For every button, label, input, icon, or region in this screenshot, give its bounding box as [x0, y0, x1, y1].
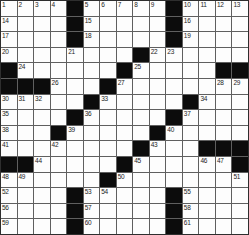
cell-r5c8	[117, 63, 133, 78]
cell-r5c10[interactable]	[150, 63, 166, 78]
cell-r3c15[interactable]	[232, 32, 248, 47]
cell-r10c8[interactable]	[117, 141, 133, 156]
clue-number: 14	[2, 17, 9, 24]
cell-r14c6[interactable]: 57	[84, 204, 100, 219]
cell-r11c2	[18, 157, 34, 172]
cell-r11c15	[232, 157, 248, 172]
cell-r2c14[interactable]	[216, 17, 232, 32]
cell-r15c8[interactable]	[117, 219, 133, 234]
cell-r13c1[interactable]: 52	[1, 188, 17, 203]
cell-r4c9	[133, 48, 149, 63]
cell-r3c12[interactable]: 19	[183, 32, 199, 47]
cell-r7c5[interactable]	[67, 95, 83, 110]
cell-r11c14[interactable]: 47	[216, 157, 232, 172]
cell-r1c8[interactable]: 7	[117, 1, 133, 16]
cell-r10c6[interactable]	[84, 141, 100, 156]
cell-r1c14[interactable]: 12	[216, 1, 232, 16]
cell-r8c12[interactable]: 37	[183, 110, 199, 125]
clue-number: 43	[151, 141, 158, 148]
cell-r3c13[interactable]	[199, 32, 215, 47]
clue-number: 52	[2, 188, 9, 195]
cell-r2c4[interactable]	[51, 17, 67, 32]
cell-r7c14[interactable]	[216, 95, 232, 110]
cell-r1c1[interactable]: 1	[1, 1, 17, 16]
cell-r12c3[interactable]	[34, 173, 50, 188]
clue-number: 12	[217, 1, 224, 8]
cell-r2c12[interactable]: 16	[183, 17, 199, 32]
cell-r11c1	[1, 157, 17, 172]
cell-r4c3[interactable]	[34, 48, 50, 63]
cell-r14c13[interactable]	[199, 204, 215, 219]
cell-r3c4[interactable]	[51, 32, 67, 47]
cell-r10c5[interactable]	[67, 141, 83, 156]
cell-r3c7[interactable]	[100, 32, 116, 47]
cell-r11c7[interactable]	[100, 157, 116, 172]
clue-number: 11	[200, 1, 206, 8]
clue-number: 56	[2, 204, 9, 211]
cell-r9c14[interactable]	[216, 126, 232, 141]
cell-r9c4	[51, 126, 67, 141]
cell-r3c1[interactable]: 17	[1, 32, 17, 47]
cell-r5c3[interactable]	[34, 63, 50, 78]
cell-r4c1[interactable]: 20	[1, 48, 17, 63]
cell-r1c6[interactable]: 5	[84, 1, 100, 16]
cell-r7c9[interactable]	[133, 95, 149, 110]
cell-r14c3[interactable]	[34, 204, 50, 219]
cell-r11c12[interactable]	[183, 157, 199, 172]
clue-number: 57	[85, 204, 92, 211]
cell-r3c10[interactable]	[150, 32, 166, 47]
cell-r1c10[interactable]: 9	[150, 1, 166, 16]
cell-r2c5	[67, 17, 83, 32]
clue-number: 41	[2, 141, 9, 148]
cell-r14c12[interactable]: 58	[183, 204, 199, 219]
clue-number: 48	[2, 173, 9, 180]
cell-r2c10[interactable]	[150, 17, 166, 32]
cell-r2c11	[166, 17, 182, 32]
cell-r15c5	[67, 219, 83, 234]
cell-r12c1[interactable]: 48	[1, 173, 17, 188]
cell-r11c5[interactable]	[67, 157, 83, 172]
cell-r9c15[interactable]	[232, 126, 248, 141]
cell-r6c2	[18, 79, 34, 94]
cell-r10c9	[133, 141, 149, 156]
cell-r6c1	[1, 79, 17, 94]
cell-r10c7[interactable]	[100, 141, 116, 156]
cell-r11c13[interactable]: 46	[199, 157, 215, 172]
clue-number: 16	[184, 17, 191, 24]
cell-r9c11[interactable]: 40	[166, 126, 182, 141]
cell-r12c6[interactable]	[84, 173, 100, 188]
clue-number: 50	[118, 173, 125, 180]
cell-r6c8[interactable]: 27	[117, 79, 133, 94]
clue-number: 40	[167, 126, 174, 133]
cell-r9c9[interactable]	[133, 126, 149, 141]
cell-r6c15[interactable]: 29	[232, 79, 248, 94]
cell-r8c13[interactable]	[199, 110, 215, 125]
cell-r9c2[interactable]	[18, 126, 34, 141]
clue-number: 51	[233, 173, 240, 180]
clue-number: 4	[52, 1, 55, 8]
cell-r3c9[interactable]	[133, 32, 149, 47]
cell-r15c12[interactable]: 61	[183, 219, 199, 234]
clue-number: 20	[2, 48, 9, 55]
clue-number: 30	[2, 95, 9, 102]
cell-r7c4[interactable]	[51, 95, 67, 110]
clue-number: 55	[184, 188, 191, 195]
clue-number: 25	[134, 63, 141, 70]
cell-r14c10[interactable]	[150, 204, 166, 219]
cell-r6c14[interactable]: 28	[216, 79, 232, 94]
cell-r1c9[interactable]: 8	[133, 1, 149, 16]
clue-number: 59	[2, 219, 9, 226]
cell-r7c6	[84, 95, 100, 110]
cell-r8c8[interactable]	[117, 110, 133, 125]
cell-r6c3	[34, 79, 50, 94]
cell-r6c4[interactable]: 26	[51, 79, 67, 94]
cell-r13c2[interactable]	[18, 188, 34, 203]
cell-r7c10[interactable]	[150, 95, 166, 110]
clue-number: 33	[101, 95, 108, 102]
cell-r10c3[interactable]	[34, 141, 50, 156]
cell-r1c5	[67, 1, 83, 16]
cell-r12c4[interactable]	[51, 173, 67, 188]
clue-number: 23	[167, 48, 174, 55]
clue-number: 18	[85, 32, 92, 39]
cell-r15c2[interactable]	[18, 219, 34, 234]
cell-r3c11	[166, 32, 182, 47]
clue-number: 2	[19, 1, 22, 8]
cell-r14c14[interactable]	[216, 204, 232, 219]
cell-r11c8	[117, 157, 133, 172]
cell-r5c12[interactable]	[183, 63, 199, 78]
clue-number: 1	[2, 1, 5, 8]
cell-r15c6[interactable]: 60	[84, 219, 100, 234]
clue-number: 46	[200, 157, 207, 164]
clue-number: 36	[85, 110, 92, 117]
cell-r10c4[interactable]: 42	[51, 141, 67, 156]
clue-number: 13	[233, 1, 240, 8]
cell-r3c3[interactable]	[34, 32, 50, 47]
clue-number: 28	[217, 79, 224, 86]
cell-r10c2[interactable]	[18, 141, 34, 156]
cell-r13c10[interactable]	[150, 188, 166, 203]
cell-r14c9[interactable]	[133, 204, 149, 219]
cell-r5c13[interactable]	[199, 63, 215, 78]
cell-r9c10	[150, 126, 166, 141]
cell-r8c7[interactable]	[100, 110, 116, 125]
cell-r7c3[interactable]: 32	[34, 95, 50, 110]
cell-r4c11[interactable]: 23	[166, 48, 182, 63]
clue-number: 42	[52, 141, 59, 148]
cell-r12c13[interactable]	[199, 173, 215, 188]
cell-r9c7[interactable]	[100, 126, 116, 141]
cell-r15c4[interactable]	[51, 219, 67, 234]
cell-r4c4[interactable]	[51, 48, 67, 63]
cell-r5c6[interactable]	[84, 63, 100, 78]
cell-r13c12[interactable]: 55	[183, 188, 199, 203]
cell-r8c2[interactable]	[18, 110, 34, 125]
cell-r15c13[interactable]	[199, 219, 215, 234]
clue-number: 39	[68, 126, 75, 133]
cell-r12c9[interactable]	[133, 173, 149, 188]
cell-r9c1[interactable]: 38	[1, 126, 17, 141]
cell-r4c15[interactable]	[232, 48, 248, 63]
cell-r7c8[interactable]	[117, 95, 133, 110]
cell-r14c8[interactable]	[117, 204, 133, 219]
cell-r6c12[interactable]	[183, 79, 199, 94]
clue-number: 17	[2, 32, 9, 39]
cell-r14c5	[67, 204, 83, 219]
clue-number: 49	[19, 173, 26, 180]
cell-r8c15[interactable]	[232, 110, 248, 125]
cell-r12c8[interactable]: 50	[117, 173, 133, 188]
cell-r5c2[interactable]: 24	[18, 63, 34, 78]
cell-r6c11[interactable]	[166, 79, 182, 94]
cell-r2c7[interactable]	[100, 17, 116, 32]
cell-r1c3[interactable]: 3	[34, 1, 50, 16]
clue-number: 45	[134, 157, 141, 164]
clue-number: 53	[85, 188, 92, 195]
clue-number: 37	[184, 110, 191, 117]
cell-r6c5[interactable]	[67, 79, 83, 94]
clue-number: 7	[118, 1, 121, 8]
cell-r14c7[interactable]	[100, 204, 116, 219]
cell-r8c11	[166, 110, 182, 125]
cell-r2c9[interactable]	[133, 17, 149, 32]
cell-r7c2[interactable]: 31	[18, 95, 34, 110]
cell-r2c13[interactable]	[199, 17, 215, 32]
cell-r10c10[interactable]: 43	[150, 141, 166, 156]
clue-number: 47	[217, 157, 224, 164]
cell-r7c12	[183, 95, 199, 110]
cell-r2c3[interactable]	[34, 17, 50, 32]
cell-r12c7	[100, 173, 116, 188]
cell-r5c1	[1, 63, 17, 78]
clue-number: 27	[118, 79, 125, 86]
cell-r6c9[interactable]	[133, 79, 149, 94]
cell-r3c5	[67, 32, 83, 47]
cell-r9c6[interactable]	[84, 126, 100, 141]
cell-r11c4[interactable]	[51, 157, 67, 172]
cell-r7c7[interactable]: 33	[100, 95, 116, 110]
cell-r6c6[interactable]	[84, 79, 100, 94]
cell-r1c2[interactable]: 2	[18, 1, 34, 16]
cell-r2c8[interactable]	[117, 17, 133, 32]
cell-r15c7[interactable]	[100, 219, 116, 234]
cell-r4c2[interactable]	[18, 48, 34, 63]
cell-r11c11[interactable]	[166, 157, 182, 172]
cell-r15c14[interactable]	[216, 219, 232, 234]
clue-number: 26	[52, 79, 59, 86]
cell-r2c2[interactable]	[18, 17, 34, 32]
cell-r14c2[interactable]	[18, 204, 34, 219]
cell-r12c15[interactable]: 51	[232, 173, 248, 188]
cell-r1c4[interactable]: 4	[51, 1, 67, 16]
cell-r5c14	[216, 63, 232, 78]
cell-r2c1[interactable]: 14	[1, 17, 17, 32]
cell-r7c11[interactable]	[166, 95, 182, 110]
cell-r11c6[interactable]	[84, 157, 100, 172]
cell-r12c5[interactable]	[67, 173, 83, 188]
cell-r12c11[interactable]	[166, 173, 182, 188]
cell-r13c7[interactable]: 54	[100, 188, 116, 203]
clue-number: 22	[151, 48, 158, 55]
cell-r2c6[interactable]: 15	[84, 17, 100, 32]
cell-r14c11	[166, 204, 182, 219]
cell-r9c3[interactable]	[34, 126, 50, 141]
clue-number: 60	[85, 219, 92, 226]
cell-r4c10[interactable]: 22	[150, 48, 166, 63]
cell-r14c1[interactable]: 56	[1, 204, 17, 219]
cell-r10c13	[199, 141, 215, 156]
cell-r4c6[interactable]	[84, 48, 100, 63]
cell-r8c9[interactable]	[133, 110, 149, 125]
cell-r8c1[interactable]: 35	[1, 110, 17, 125]
cell-r3c8[interactable]	[117, 32, 133, 47]
clue-number: 31	[19, 95, 26, 102]
cell-r4c5[interactable]: 21	[67, 48, 83, 63]
cell-r1c13[interactable]: 11	[199, 1, 215, 16]
cell-r1c15[interactable]: 13	[232, 1, 248, 16]
clue-number: 54	[101, 188, 108, 195]
cell-r9c12[interactable]	[183, 126, 199, 141]
cell-r12c10[interactable]	[150, 173, 166, 188]
cell-r4c14[interactable]	[216, 48, 232, 63]
clue-number: 6	[101, 1, 104, 8]
cell-r8c4[interactable]	[51, 110, 67, 125]
cell-r13c13[interactable]	[199, 188, 215, 203]
cell-r5c15	[232, 63, 248, 78]
cell-r13c8[interactable]	[117, 188, 133, 203]
cell-r13c11	[166, 188, 182, 203]
cell-r3c6[interactable]: 18	[84, 32, 100, 47]
cell-r15c3[interactable]	[34, 219, 50, 234]
cell-r13c9[interactable]	[133, 188, 149, 203]
crossword-grid: 1234567891011121314151617181920212223242…	[0, 0, 249, 235]
cell-r8c3[interactable]	[34, 110, 50, 125]
cell-r5c7[interactable]	[100, 63, 116, 78]
clue-number: 21	[68, 48, 75, 55]
cell-r12c12[interactable]	[183, 173, 199, 188]
cell-r7c15[interactable]	[232, 95, 248, 110]
clue-number: 15	[85, 17, 92, 24]
cell-r11c9[interactable]: 45	[133, 157, 149, 172]
cell-r15c15[interactable]	[232, 219, 248, 234]
cell-r10c1[interactable]: 41	[1, 141, 17, 156]
clue-number: 8	[134, 1, 137, 8]
clue-number: 35	[2, 110, 9, 117]
cell-r12c2[interactable]: 49	[18, 173, 34, 188]
cell-r5c5[interactable]	[67, 63, 83, 78]
cell-r10c11[interactable]	[166, 141, 182, 156]
cell-r4c13[interactable]	[199, 48, 215, 63]
cell-r4c12[interactable]	[183, 48, 199, 63]
clue-number: 38	[2, 126, 9, 133]
clue-number: 34	[200, 95, 207, 102]
cell-r5c4[interactable]	[51, 63, 67, 78]
cell-r6c7	[100, 79, 116, 94]
cell-r13c15[interactable]	[232, 188, 248, 203]
cell-r13c14[interactable]	[216, 188, 232, 203]
cell-r15c10[interactable]	[150, 219, 166, 234]
cell-r11c3[interactable]: 44	[34, 157, 50, 172]
cell-r15c1[interactable]: 59	[1, 219, 17, 234]
cell-r10c15	[232, 141, 248, 156]
cell-r2c15[interactable]	[232, 17, 248, 32]
cell-r9c13[interactable]	[199, 126, 215, 141]
clue-number: 10	[184, 1, 191, 8]
cell-r15c9[interactable]	[133, 219, 149, 234]
cell-r8c14[interactable]	[216, 110, 232, 125]
cell-r1c7[interactable]: 6	[100, 1, 116, 16]
cell-r10c12[interactable]	[183, 141, 199, 156]
cell-r9c8[interactable]	[117, 126, 133, 141]
clue-number: 61	[184, 219, 191, 226]
clue-number: 58	[184, 204, 191, 211]
clue-number: 19	[184, 32, 191, 39]
cell-r8c10[interactable]	[150, 110, 166, 125]
cell-r5c9[interactable]: 25	[133, 63, 149, 78]
clue-number: 29	[233, 79, 240, 86]
clue-number: 9	[151, 1, 154, 8]
cell-r5c11[interactable]	[166, 63, 182, 78]
clue-number: 24	[19, 63, 26, 70]
cell-r6c10[interactable]	[150, 79, 166, 94]
clue-number: 5	[85, 1, 88, 8]
cell-r3c14[interactable]	[216, 32, 232, 47]
cell-r8c6[interactable]: 36	[84, 110, 100, 125]
clue-number: 3	[35, 1, 38, 8]
cell-r13c4[interactable]	[51, 188, 67, 203]
cell-r13c3[interactable]	[34, 188, 50, 203]
cell-r15c11	[166, 219, 182, 234]
clue-number: 32	[35, 95, 42, 102]
cell-r9c5[interactable]: 39	[67, 126, 83, 141]
cell-r4c7[interactable]	[100, 48, 116, 63]
clue-number: 44	[35, 157, 42, 164]
cell-r13c6[interactable]: 53	[84, 188, 100, 203]
cell-r14c4[interactable]	[51, 204, 67, 219]
cell-r4c8[interactable]	[117, 48, 133, 63]
cell-r7c1[interactable]: 30	[1, 95, 17, 110]
cell-r10c14	[216, 141, 232, 156]
cell-r8c5	[67, 110, 83, 125]
cell-r12c14[interactable]	[216, 173, 232, 188]
cell-r1c11	[166, 1, 182, 16]
cell-r13c5	[67, 188, 83, 203]
cell-r7c13[interactable]: 34	[199, 95, 215, 110]
cell-r3c2[interactable]	[18, 32, 34, 47]
cell-r6c13[interactable]	[199, 79, 215, 94]
cell-r1c12[interactable]: 10	[183, 1, 199, 16]
cell-r14c15[interactable]	[232, 204, 248, 219]
cell-r11c10[interactable]	[150, 157, 166, 172]
